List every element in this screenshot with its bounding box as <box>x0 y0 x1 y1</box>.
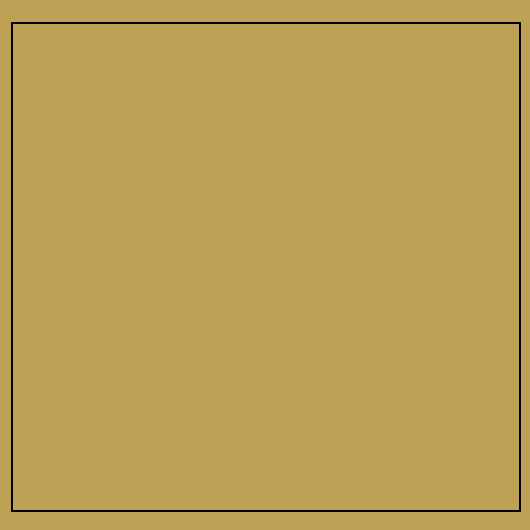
board-overlay <box>13 24 519 510</box>
go-board-diagram <box>0 0 530 530</box>
go-board[interactable] <box>11 22 521 512</box>
